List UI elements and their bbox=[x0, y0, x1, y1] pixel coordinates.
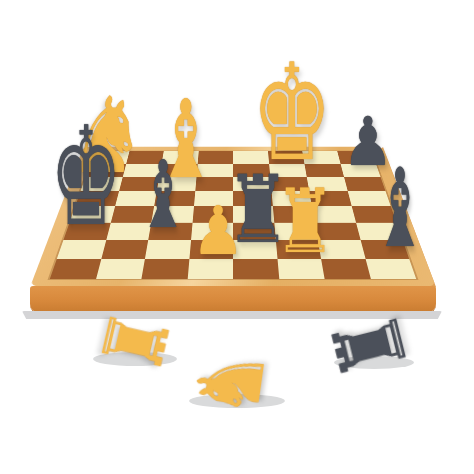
square-a1[interactable] bbox=[50, 259, 101, 279]
piece-white-rook[interactable]: ♜ bbox=[275, 178, 336, 266]
chess-illustration: ♞♝♚♟♚♝♜♟♜♝ ♜♞♜ bbox=[0, 0, 474, 474]
piece-black-bishop[interactable]: ♝ bbox=[137, 149, 188, 242]
square-c1[interactable] bbox=[141, 259, 189, 279]
fallen-piece-white-knight[interactable]: ♞ bbox=[182, 341, 279, 424]
square-b1[interactable] bbox=[96, 259, 145, 279]
piece-white-pawn[interactable]: ♟ bbox=[192, 198, 245, 265]
piece-black-king[interactable]: ♚ bbox=[50, 109, 123, 245]
piece-black-bishop[interactable]: ♝ bbox=[373, 155, 426, 264]
